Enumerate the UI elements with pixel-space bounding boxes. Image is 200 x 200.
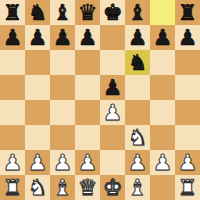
square-g6[interactable] bbox=[150, 50, 175, 75]
black-knight-piece[interactable]: ♞ bbox=[28, 0, 48, 25]
square-b1[interactable]: ♞ bbox=[25, 175, 50, 200]
square-f7[interactable]: ♟ bbox=[125, 25, 150, 50]
square-h8[interactable]: ♜ bbox=[175, 0, 200, 25]
square-b3[interactable] bbox=[25, 125, 50, 150]
white-queen-piece[interactable]: ♛ bbox=[78, 175, 98, 200]
square-c6[interactable] bbox=[50, 50, 75, 75]
black-pawn-piece[interactable]: ♟ bbox=[103, 75, 123, 100]
square-g1[interactable] bbox=[150, 175, 175, 200]
square-e5[interactable]: ♟ bbox=[100, 75, 125, 100]
square-e4[interactable]: ♟ bbox=[100, 100, 125, 125]
black-pawn-piece[interactable]: ♟ bbox=[28, 25, 48, 50]
square-f1[interactable]: ♝ bbox=[125, 175, 150, 200]
square-d6[interactable] bbox=[75, 50, 100, 75]
square-g7[interactable]: ♟ bbox=[150, 25, 175, 50]
black-knight-piece[interactable]: ♞ bbox=[128, 50, 148, 75]
square-f6[interactable]: ♞ bbox=[125, 50, 150, 75]
black-pawn-piece[interactable]: ♟ bbox=[78, 25, 98, 50]
chess-board: ♜♞♝♛♚♝♜♟♟♟♟♟♟♟♞♟♟♞♟♟♟♟♟♟♟♜♞♝♛♚♝♜ bbox=[0, 0, 200, 200]
square-e8[interactable]: ♚ bbox=[100, 0, 125, 25]
square-h6[interactable] bbox=[175, 50, 200, 75]
square-c8[interactable]: ♝ bbox=[50, 0, 75, 25]
black-rook-piece[interactable]: ♜ bbox=[3, 0, 23, 25]
black-pawn-piece[interactable]: ♟ bbox=[53, 25, 73, 50]
square-f4[interactable] bbox=[125, 100, 150, 125]
black-pawn-piece[interactable]: ♟ bbox=[128, 25, 148, 50]
square-a1[interactable]: ♜ bbox=[0, 175, 25, 200]
white-pawn-piece[interactable]: ♟ bbox=[53, 150, 73, 175]
square-b6[interactable] bbox=[25, 50, 50, 75]
square-b2[interactable]: ♟ bbox=[25, 150, 50, 175]
square-d2[interactable]: ♟ bbox=[75, 150, 100, 175]
white-pawn-piece[interactable]: ♟ bbox=[178, 150, 198, 175]
white-pawn-piece[interactable]: ♟ bbox=[128, 150, 148, 175]
white-pawn-piece[interactable]: ♟ bbox=[153, 150, 173, 175]
square-d3[interactable] bbox=[75, 125, 100, 150]
square-c5[interactable] bbox=[50, 75, 75, 100]
square-d1[interactable]: ♛ bbox=[75, 175, 100, 200]
square-a8[interactable]: ♜ bbox=[0, 0, 25, 25]
white-pawn-piece[interactable]: ♟ bbox=[78, 150, 98, 175]
square-d8[interactable]: ♛ bbox=[75, 0, 100, 25]
square-b7[interactable]: ♟ bbox=[25, 25, 50, 50]
square-e6[interactable] bbox=[100, 50, 125, 75]
square-f2[interactable]: ♟ bbox=[125, 150, 150, 175]
white-pawn-piece[interactable]: ♟ bbox=[3, 150, 23, 175]
black-bishop-piece[interactable]: ♝ bbox=[128, 0, 148, 25]
black-pawn-piece[interactable]: ♟ bbox=[3, 25, 23, 50]
square-a7[interactable]: ♟ bbox=[0, 25, 25, 50]
black-queen-piece[interactable]: ♛ bbox=[78, 0, 98, 25]
square-d4[interactable] bbox=[75, 100, 100, 125]
square-a5[interactable] bbox=[0, 75, 25, 100]
white-king-piece[interactable]: ♚ bbox=[103, 175, 123, 200]
square-b8[interactable]: ♞ bbox=[25, 0, 50, 25]
white-rook-piece[interactable]: ♜ bbox=[3, 175, 23, 200]
black-pawn-piece[interactable]: ♟ bbox=[153, 25, 173, 50]
square-d5[interactable] bbox=[75, 75, 100, 100]
square-a3[interactable] bbox=[0, 125, 25, 150]
black-king-piece[interactable]: ♚ bbox=[103, 0, 123, 25]
black-pawn-piece[interactable]: ♟ bbox=[178, 25, 198, 50]
square-e1[interactable]: ♚ bbox=[100, 175, 125, 200]
square-a6[interactable] bbox=[0, 50, 25, 75]
square-c7[interactable]: ♟ bbox=[50, 25, 75, 50]
square-g2[interactable]: ♟ bbox=[150, 150, 175, 175]
square-e2[interactable] bbox=[100, 150, 125, 175]
square-c4[interactable] bbox=[50, 100, 75, 125]
square-g5[interactable] bbox=[150, 75, 175, 100]
square-e7[interactable] bbox=[100, 25, 125, 50]
white-bishop-piece[interactable]: ♝ bbox=[128, 175, 148, 200]
square-h3[interactable] bbox=[175, 125, 200, 150]
square-g8[interactable] bbox=[150, 0, 175, 25]
square-f8[interactable]: ♝ bbox=[125, 0, 150, 25]
white-rook-piece[interactable]: ♜ bbox=[178, 175, 198, 200]
black-rook-piece[interactable]: ♜ bbox=[178, 0, 198, 25]
square-h4[interactable] bbox=[175, 100, 200, 125]
square-h2[interactable]: ♟ bbox=[175, 150, 200, 175]
square-f3[interactable]: ♞ bbox=[125, 125, 150, 150]
black-bishop-piece[interactable]: ♝ bbox=[53, 0, 73, 25]
square-f5[interactable] bbox=[125, 75, 150, 100]
white-bishop-piece[interactable]: ♝ bbox=[53, 175, 73, 200]
square-h7[interactable]: ♟ bbox=[175, 25, 200, 50]
square-e3[interactable] bbox=[100, 125, 125, 150]
square-g3[interactable] bbox=[150, 125, 175, 150]
square-b4[interactable] bbox=[25, 100, 50, 125]
square-h1[interactable]: ♜ bbox=[175, 175, 200, 200]
square-a2[interactable]: ♟ bbox=[0, 150, 25, 175]
square-c3[interactable] bbox=[50, 125, 75, 150]
white-pawn-piece[interactable]: ♟ bbox=[28, 150, 48, 175]
square-h5[interactable] bbox=[175, 75, 200, 100]
white-knight-piece[interactable]: ♞ bbox=[128, 125, 148, 150]
square-c1[interactable]: ♝ bbox=[50, 175, 75, 200]
square-g4[interactable] bbox=[150, 100, 175, 125]
white-knight-piece[interactable]: ♞ bbox=[28, 175, 48, 200]
square-b5[interactable] bbox=[25, 75, 50, 100]
square-d7[interactable]: ♟ bbox=[75, 25, 100, 50]
white-pawn-piece[interactable]: ♟ bbox=[103, 100, 123, 125]
square-c2[interactable]: ♟ bbox=[50, 150, 75, 175]
square-a4[interactable] bbox=[0, 100, 25, 125]
